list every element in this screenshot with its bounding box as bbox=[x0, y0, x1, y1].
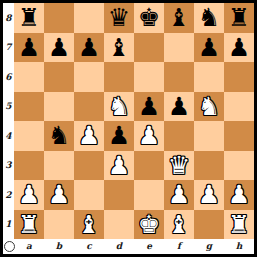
white-bishop[interactable]: ♝ bbox=[168, 210, 190, 240]
white-queen[interactable]: ♛ bbox=[168, 151, 190, 181]
black-rook[interactable]: ♜ bbox=[18, 3, 40, 33]
square-e3[interactable] bbox=[134, 151, 164, 181]
square-h8[interactable]: ♜ bbox=[224, 3, 254, 33]
square-c7[interactable]: ♟ bbox=[74, 33, 104, 63]
rank-label-8: 8 bbox=[3, 3, 14, 33]
black-queen[interactable]: ♛ bbox=[108, 3, 130, 33]
white-bishop[interactable]: ♝ bbox=[78, 210, 100, 240]
square-e8[interactable]: ♚ bbox=[134, 3, 164, 33]
square-f8[interactable]: ♝ bbox=[164, 3, 194, 33]
black-knight[interactable]: ♞ bbox=[198, 3, 220, 33]
rank-label-3: 3 bbox=[3, 151, 14, 181]
white-pawn[interactable]: ♟ bbox=[228, 180, 250, 210]
black-king[interactable]: ♚ bbox=[138, 3, 160, 33]
black-pawn[interactable]: ♟ bbox=[48, 33, 70, 63]
square-d1[interactable] bbox=[104, 210, 134, 240]
square-h4[interactable] bbox=[224, 121, 254, 151]
square-a2[interactable]: ♟ bbox=[14, 180, 44, 210]
square-h2[interactable]: ♟ bbox=[224, 180, 254, 210]
square-c6[interactable] bbox=[74, 62, 104, 92]
square-f2[interactable]: ♟ bbox=[164, 180, 194, 210]
square-h5[interactable] bbox=[224, 92, 254, 122]
white-to-move-indicator bbox=[4, 241, 15, 252]
black-pawn[interactable]: ♟ bbox=[228, 33, 250, 63]
square-c3[interactable] bbox=[74, 151, 104, 181]
white-rook[interactable]: ♜ bbox=[18, 210, 40, 240]
square-b3[interactable] bbox=[44, 151, 74, 181]
square-f1[interactable]: ♝ bbox=[164, 210, 194, 240]
white-pawn[interactable]: ♟ bbox=[18, 180, 40, 210]
file-label-c: c bbox=[74, 239, 104, 254]
square-a6[interactable] bbox=[14, 62, 44, 92]
square-d2[interactable] bbox=[104, 180, 134, 210]
black-pawn[interactable]: ♟ bbox=[108, 121, 130, 151]
square-a3[interactable] bbox=[14, 151, 44, 181]
square-h3[interactable] bbox=[224, 151, 254, 181]
rank-label-2: 2 bbox=[3, 180, 14, 210]
square-d8[interactable]: ♛ bbox=[104, 3, 134, 33]
rank-label-4: 4 bbox=[3, 121, 14, 151]
square-g8[interactable]: ♞ bbox=[194, 3, 224, 33]
black-bishop[interactable]: ♝ bbox=[168, 3, 190, 33]
black-bishop[interactable]: ♝ bbox=[108, 33, 130, 63]
file-label-f: f bbox=[164, 239, 194, 254]
square-h1[interactable]: ♜ bbox=[224, 210, 254, 240]
chess-board[interactable]: ♜♛♚♝♞♜♟♟♟♝♟♟♞♟♟♞♞♟♟♟♟♛♟♟♟♟♟♜♝♚♝♜ bbox=[14, 3, 254, 239]
square-a8[interactable]: ♜ bbox=[14, 3, 44, 33]
square-c4[interactable]: ♟ bbox=[74, 121, 104, 151]
black-knight[interactable]: ♞ bbox=[48, 121, 70, 151]
square-b5[interactable] bbox=[44, 92, 74, 122]
square-b8[interactable] bbox=[44, 3, 74, 33]
square-d6[interactable] bbox=[104, 62, 134, 92]
square-c2[interactable] bbox=[74, 180, 104, 210]
white-pawn[interactable]: ♟ bbox=[78, 121, 100, 151]
square-b7[interactable]: ♟ bbox=[44, 33, 74, 63]
file-label-a: a bbox=[14, 239, 44, 254]
white-rook[interactable]: ♜ bbox=[228, 210, 250, 240]
white-pawn[interactable]: ♟ bbox=[138, 121, 160, 151]
square-d5[interactable]: ♞ bbox=[104, 92, 134, 122]
black-pawn[interactable]: ♟ bbox=[18, 33, 40, 63]
white-pawn[interactable]: ♟ bbox=[108, 151, 130, 181]
square-g2[interactable]: ♟ bbox=[194, 180, 224, 210]
square-c8[interactable] bbox=[74, 3, 104, 33]
square-e7[interactable] bbox=[134, 33, 164, 63]
black-rook[interactable]: ♜ bbox=[228, 3, 250, 33]
square-d3[interactable]: ♟ bbox=[104, 151, 134, 181]
square-g1[interactable] bbox=[194, 210, 224, 240]
square-a7[interactable]: ♟ bbox=[14, 33, 44, 63]
square-a5[interactable] bbox=[14, 92, 44, 122]
file-label-b: b bbox=[44, 239, 74, 254]
square-e6[interactable] bbox=[134, 62, 164, 92]
square-g7[interactable]: ♟ bbox=[194, 33, 224, 63]
rank-label-6: 6 bbox=[3, 62, 14, 92]
white-pawn[interactable]: ♟ bbox=[48, 180, 70, 210]
square-e2[interactable] bbox=[134, 180, 164, 210]
white-pawn[interactable]: ♟ bbox=[198, 180, 220, 210]
white-king[interactable]: ♚ bbox=[138, 210, 160, 240]
square-h7[interactable]: ♟ bbox=[224, 33, 254, 63]
black-pawn[interactable]: ♟ bbox=[168, 92, 190, 122]
square-f3[interactable]: ♛ bbox=[164, 151, 194, 181]
square-e4[interactable]: ♟ bbox=[134, 121, 164, 151]
square-g6[interactable] bbox=[194, 62, 224, 92]
white-knight[interactable]: ♞ bbox=[108, 92, 130, 122]
black-pawn[interactable]: ♟ bbox=[78, 33, 100, 63]
square-b6[interactable] bbox=[44, 62, 74, 92]
file-label-e: e bbox=[134, 239, 164, 254]
file-label-h: h bbox=[224, 239, 254, 254]
white-knight[interactable]: ♞ bbox=[198, 92, 220, 122]
square-d7[interactable]: ♝ bbox=[104, 33, 134, 63]
square-g4[interactable] bbox=[194, 121, 224, 151]
square-f5[interactable]: ♟ bbox=[164, 92, 194, 122]
file-labels: abcdefgh bbox=[14, 239, 254, 254]
chess-diagram: 87654321 ♜♛♚♝♞♜♟♟♟♝♟♟♞♟♟♞♞♟♟♟♟♛♟♟♟♟♟♜♝♚♝… bbox=[0, 0, 257, 257]
square-b2[interactable]: ♟ bbox=[44, 180, 74, 210]
square-a4[interactable] bbox=[14, 121, 44, 151]
square-c1[interactable]: ♝ bbox=[74, 210, 104, 240]
white-pawn[interactable]: ♟ bbox=[168, 180, 190, 210]
square-g5[interactable]: ♞ bbox=[194, 92, 224, 122]
square-e1[interactable]: ♚ bbox=[134, 210, 164, 240]
square-c5[interactable] bbox=[74, 92, 104, 122]
rank-labels: 87654321 bbox=[3, 3, 14, 239]
square-b1[interactable] bbox=[44, 210, 74, 240]
rank-label-7: 7 bbox=[3, 33, 14, 63]
square-d4[interactable]: ♟ bbox=[104, 121, 134, 151]
file-label-d: d bbox=[104, 239, 134, 254]
square-e5[interactable]: ♟ bbox=[134, 92, 164, 122]
file-label-g: g bbox=[194, 239, 224, 254]
rank-label-1: 1 bbox=[3, 210, 14, 240]
square-g3[interactable] bbox=[194, 151, 224, 181]
square-b4[interactable]: ♞ bbox=[44, 121, 74, 151]
square-a1[interactable]: ♜ bbox=[14, 210, 44, 240]
square-h6[interactable] bbox=[224, 62, 254, 92]
black-pawn[interactable]: ♟ bbox=[138, 92, 160, 122]
square-f6[interactable] bbox=[164, 62, 194, 92]
square-f4[interactable] bbox=[164, 121, 194, 151]
rank-label-5: 5 bbox=[3, 92, 14, 122]
black-pawn[interactable]: ♟ bbox=[198, 33, 220, 63]
square-f7[interactable] bbox=[164, 33, 194, 63]
